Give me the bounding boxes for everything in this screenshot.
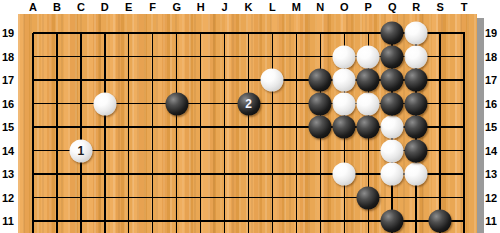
col-label-A: A: [29, 1, 37, 13]
row-label-left-12: 12: [2, 192, 14, 204]
stone-white[interactable]: [357, 92, 380, 115]
go-board-view: ABCDEFGHJKLMNOPQRST191918181717161615151…: [0, 0, 500, 233]
stone-black[interactable]: [309, 69, 332, 92]
stone-black[interactable]: [381, 92, 404, 115]
stone-white[interactable]: [405, 45, 428, 68]
col-label-M: M: [292, 1, 301, 13]
stone-black[interactable]: [309, 116, 332, 139]
stone-white[interactable]: [405, 163, 428, 186]
stone-white[interactable]: [93, 92, 116, 115]
row-label-right-15: 15: [485, 121, 497, 133]
stone-white[interactable]: [333, 69, 356, 92]
grid-line-v-E: [128, 33, 129, 233]
col-label-F: F: [149, 1, 156, 13]
grid-line-v-D: [104, 33, 105, 233]
row-label-right-14: 14: [485, 145, 497, 157]
stone-black[interactable]: [429, 210, 452, 233]
stone-black[interactable]: [333, 116, 356, 139]
row-label-right-11: 11: [485, 215, 497, 227]
grid-line-v-F: [152, 33, 153, 233]
stone-black[interactable]: [165, 92, 188, 115]
stone-white[interactable]: [357, 45, 380, 68]
col-label-H: H: [197, 1, 205, 13]
grid-line-v-M: [296, 33, 297, 233]
grid-line-v-C: [80, 33, 81, 233]
stone-white[interactable]: [381, 163, 404, 186]
grid-line-h-12: [33, 197, 465, 198]
stone-black[interactable]: [381, 45, 404, 68]
col-label-Q: Q: [388, 1, 397, 13]
row-label-left-16: 16: [2, 98, 14, 110]
col-label-O: O: [340, 1, 349, 13]
grid-line-v-J: [224, 33, 225, 233]
col-label-J: J: [221, 1, 227, 13]
stone-black[interactable]: [381, 69, 404, 92]
stone-white[interactable]: [333, 163, 356, 186]
row-label-left-13: 13: [2, 168, 14, 180]
stone-black[interactable]: [357, 116, 380, 139]
grid-line-v-G: [176, 33, 177, 233]
grid-line-v-L: [272, 33, 273, 233]
stone-white[interactable]: [333, 92, 356, 115]
stone-black[interactable]: [357, 69, 380, 92]
stone-black[interactable]: 2: [237, 92, 260, 115]
col-label-K: K: [245, 1, 253, 13]
col-label-S: S: [436, 1, 443, 13]
col-label-R: R: [412, 1, 420, 13]
col-label-C: C: [77, 1, 85, 13]
col-label-T: T: [461, 1, 468, 13]
grid-line-v-T: [463, 33, 464, 233]
col-label-G: G: [172, 1, 181, 13]
grid-line-v-K: [248, 33, 249, 233]
row-label-left-17: 17: [2, 74, 14, 86]
stone-black[interactable]: [357, 186, 380, 209]
row-label-right-16: 16: [485, 98, 497, 110]
stone-black[interactable]: [381, 22, 404, 45]
move-number-label: 2: [237, 92, 260, 115]
stone-white[interactable]: [333, 45, 356, 68]
row-label-right-19: 19: [485, 27, 497, 39]
stone-white[interactable]: [405, 22, 428, 45]
stone-white[interactable]: [381, 139, 404, 162]
grid-line-v-H: [200, 33, 201, 233]
col-label-P: P: [365, 1, 372, 13]
row-label-left-18: 18: [2, 51, 14, 63]
row-label-right-12: 12: [485, 192, 497, 204]
stone-white[interactable]: [261, 69, 284, 92]
row-label-left-11: 11: [2, 215, 14, 227]
stone-black[interactable]: [405, 69, 428, 92]
col-label-N: N: [316, 1, 324, 13]
grid-line-v-A: [32, 33, 33, 233]
stone-black[interactable]: [405, 116, 428, 139]
col-label-D: D: [101, 1, 109, 13]
stone-white[interactable]: 1: [69, 139, 92, 162]
stone-black[interactable]: [309, 92, 332, 115]
stone-black[interactable]: [381, 210, 404, 233]
stone-black[interactable]: [405, 139, 428, 162]
row-label-left-14: 14: [2, 145, 14, 157]
board-drop-shadow: [477, 18, 484, 233]
grid-line-v-B: [56, 33, 57, 233]
row-label-left-15: 15: [2, 121, 14, 133]
row-label-right-17: 17: [485, 74, 497, 86]
move-number-label: 1: [69, 139, 92, 162]
col-label-B: B: [53, 1, 61, 13]
stone-black[interactable]: [405, 92, 428, 115]
grid-line-v-S: [439, 33, 440, 233]
stone-white[interactable]: [381, 116, 404, 139]
col-label-L: L: [269, 1, 276, 13]
row-label-right-18: 18: [485, 51, 497, 63]
row-label-left-19: 19: [2, 27, 14, 39]
col-label-E: E: [125, 1, 132, 13]
row-label-right-13: 13: [485, 168, 497, 180]
